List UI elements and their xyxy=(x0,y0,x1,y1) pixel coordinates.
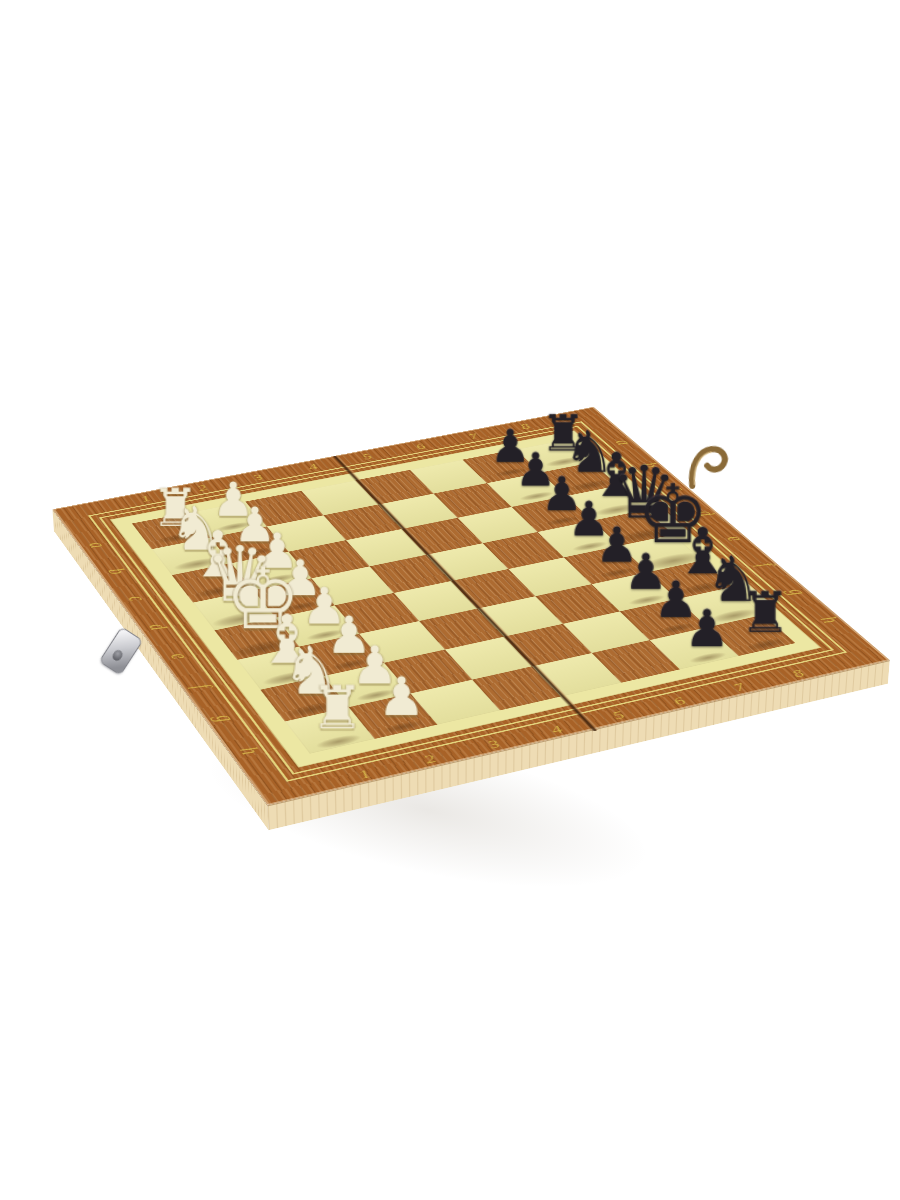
latch-hook-icon xyxy=(685,439,734,494)
perspective-scene: 11aa22bb33cc44dd55ee66ff77gg88hh ♜♞♝♛♚♝♞… xyxy=(0,0,900,1200)
product-photo-stage: 11aa22bb33cc44dd55ee66ff77gg88hh ♜♞♝♛♚♝♞… xyxy=(0,0,900,1200)
clasp-hole xyxy=(111,648,125,662)
piece-white-rook-h1: ♜ xyxy=(290,672,385,743)
scale-wrapper: 11aa22bb33cc44dd55ee66ff77gg88hh ♜♞♝♛♚♝♞… xyxy=(0,0,900,1200)
hook-glyph xyxy=(685,439,734,494)
piece-black-pawn-h7: ♟ xyxy=(662,599,752,660)
chess-board: 11aa22bb33cc44dd55ee66ff77gg88hh ♜♞♝♛♚♝♞… xyxy=(52,407,889,806)
